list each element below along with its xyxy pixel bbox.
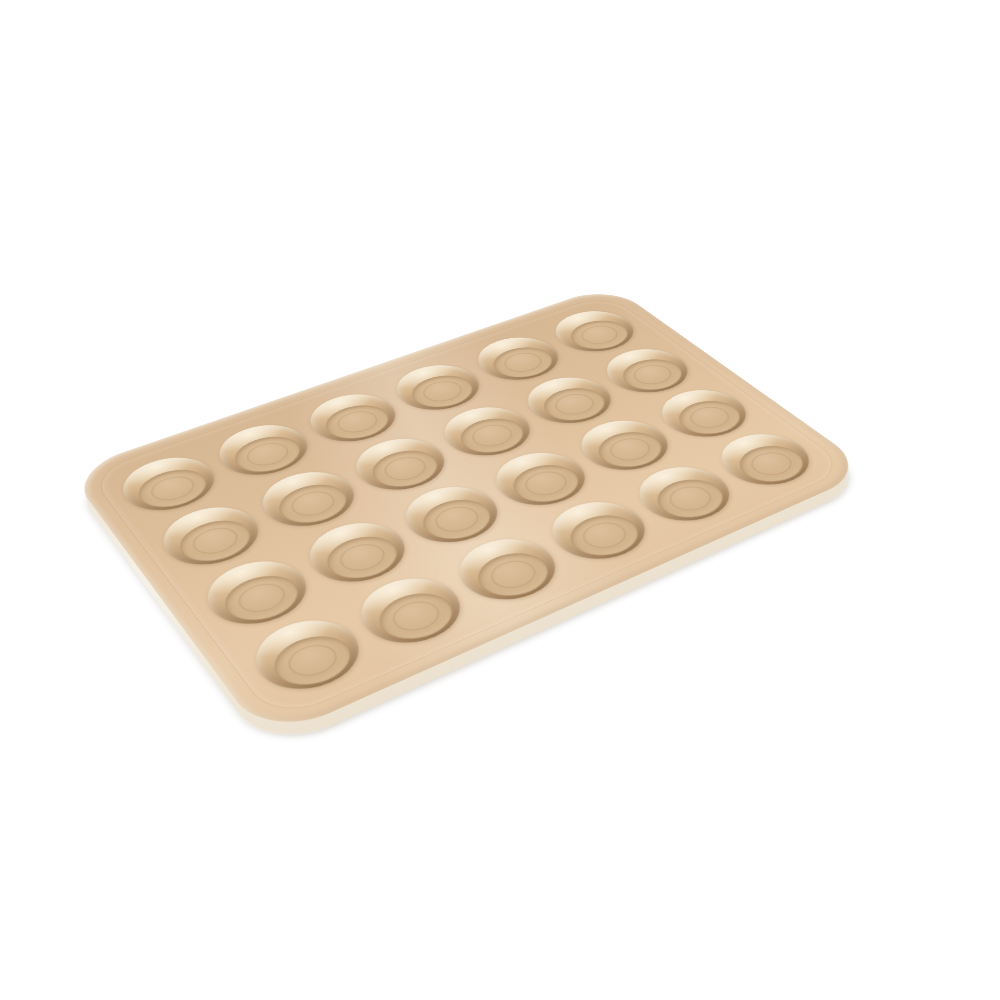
cup-bottom bbox=[367, 584, 466, 649]
muffin-cup bbox=[389, 477, 514, 554]
muffin-cup bbox=[344, 567, 478, 656]
muffin-cup bbox=[110, 448, 229, 521]
muffin-cup bbox=[535, 492, 663, 571]
cup-bottom bbox=[501, 458, 591, 511]
cup-bottom bbox=[449, 412, 535, 460]
cup-bottom bbox=[558, 507, 652, 564]
muffin-cup bbox=[704, 425, 827, 495]
muffin-pan bbox=[68, 285, 873, 742]
cup-bottom bbox=[483, 341, 564, 384]
cup-bottom bbox=[645, 472, 737, 526]
cup-bottom bbox=[560, 315, 639, 355]
cup-bottom bbox=[315, 528, 410, 587]
cup-bottom bbox=[129, 462, 217, 515]
cup-bottom bbox=[268, 477, 358, 531]
cup-bottom bbox=[532, 382, 616, 428]
cup-bottom bbox=[225, 430, 311, 480]
muffin-cup bbox=[442, 528, 573, 612]
muffin-cup bbox=[239, 608, 376, 703]
cup-bottom bbox=[315, 399, 400, 446]
cup-bottom bbox=[411, 492, 503, 548]
cup-bottom bbox=[262, 627, 364, 696]
muffin-cup bbox=[294, 512, 422, 594]
cup-bottom bbox=[586, 425, 674, 475]
cup-bottom bbox=[401, 369, 484, 414]
cup-bottom bbox=[727, 439, 817, 490]
cup-bottom bbox=[667, 394, 753, 441]
cup-bottom bbox=[214, 567, 311, 630]
muffin-cup bbox=[192, 550, 323, 637]
cup-bottom bbox=[611, 353, 694, 397]
muffin-cup bbox=[248, 462, 370, 537]
muffin-cup bbox=[205, 416, 322, 485]
cup-bottom bbox=[465, 545, 562, 606]
cup-bottom bbox=[169, 513, 261, 571]
product-photo-scene bbox=[0, 0, 1000, 1000]
muffin-cup bbox=[149, 497, 274, 577]
cup-bottom bbox=[361, 443, 449, 494]
